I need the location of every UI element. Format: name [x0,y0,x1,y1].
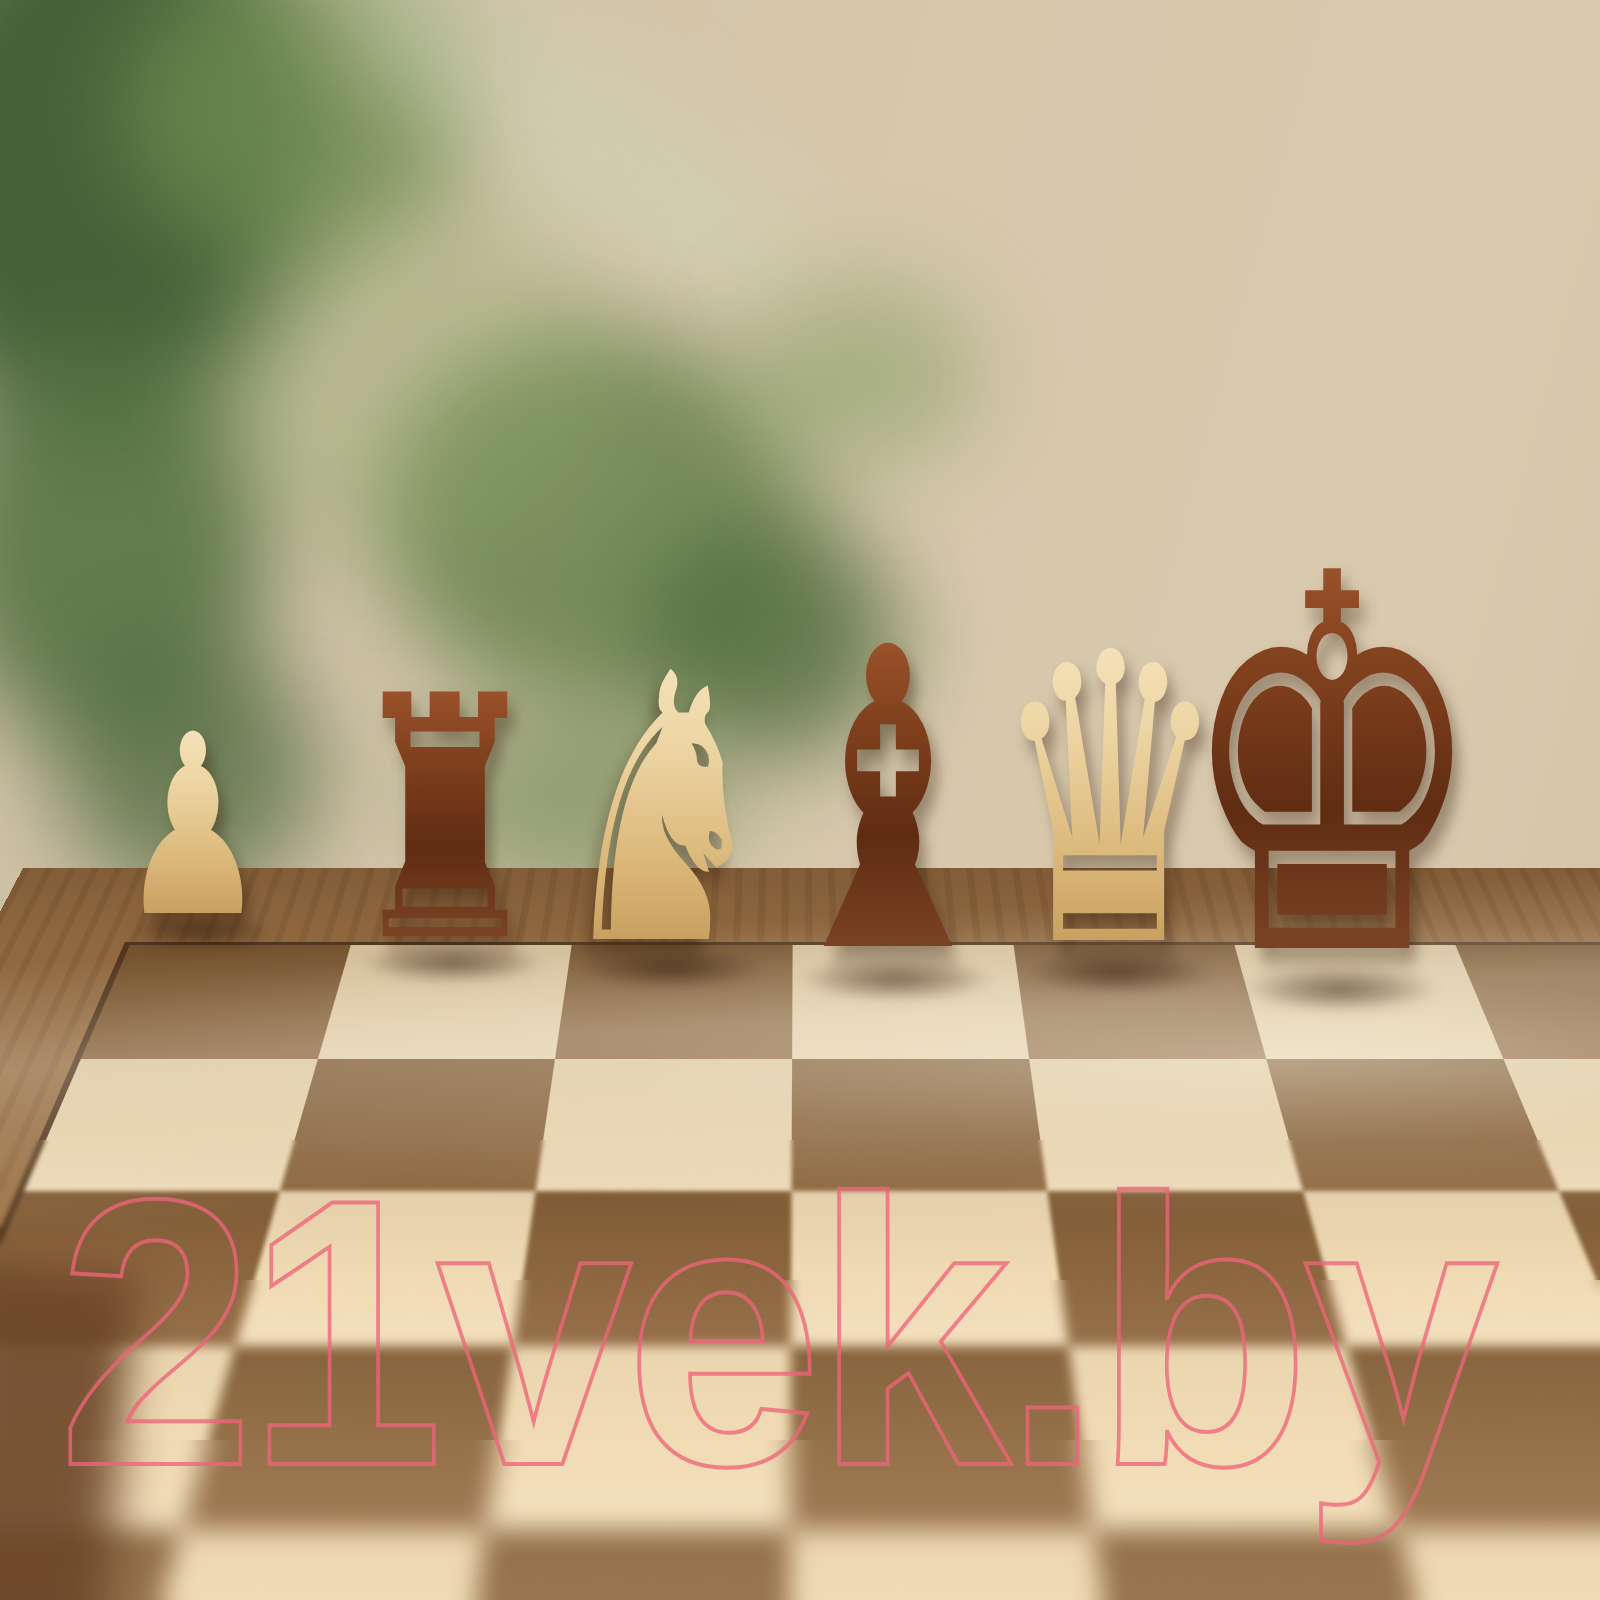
board-square [24,1059,318,1191]
board-square [81,945,351,1059]
board-square [1069,1346,1398,1530]
board-square [555,945,793,1059]
board-square [1014,945,1267,1059]
board-square [1303,1191,1600,1346]
board-square [791,1191,1069,1346]
board-square [790,1346,1094,1530]
board-square [789,1530,1124,1600]
board-square [453,1530,789,1600]
board-square [280,1059,555,1191]
board-grid [0,945,1600,1600]
board-square [1047,1191,1346,1346]
board-perspective-wrap [0,0,1600,1600]
board-square [513,1191,792,1346]
chess-photo-scene: ♟♜♞♝♛♚ 21vek.by [0,0,1600,1600]
board-square [235,1191,536,1346]
board-square [792,945,1029,1059]
board-square [536,1059,792,1191]
board-square [486,1346,791,1530]
board-square [1398,1530,1600,1600]
board-square [1029,1059,1303,1191]
board-square [791,1059,1047,1191]
board-square [318,945,572,1059]
chess-board [0,868,1600,1600]
board-square [182,1346,513,1530]
